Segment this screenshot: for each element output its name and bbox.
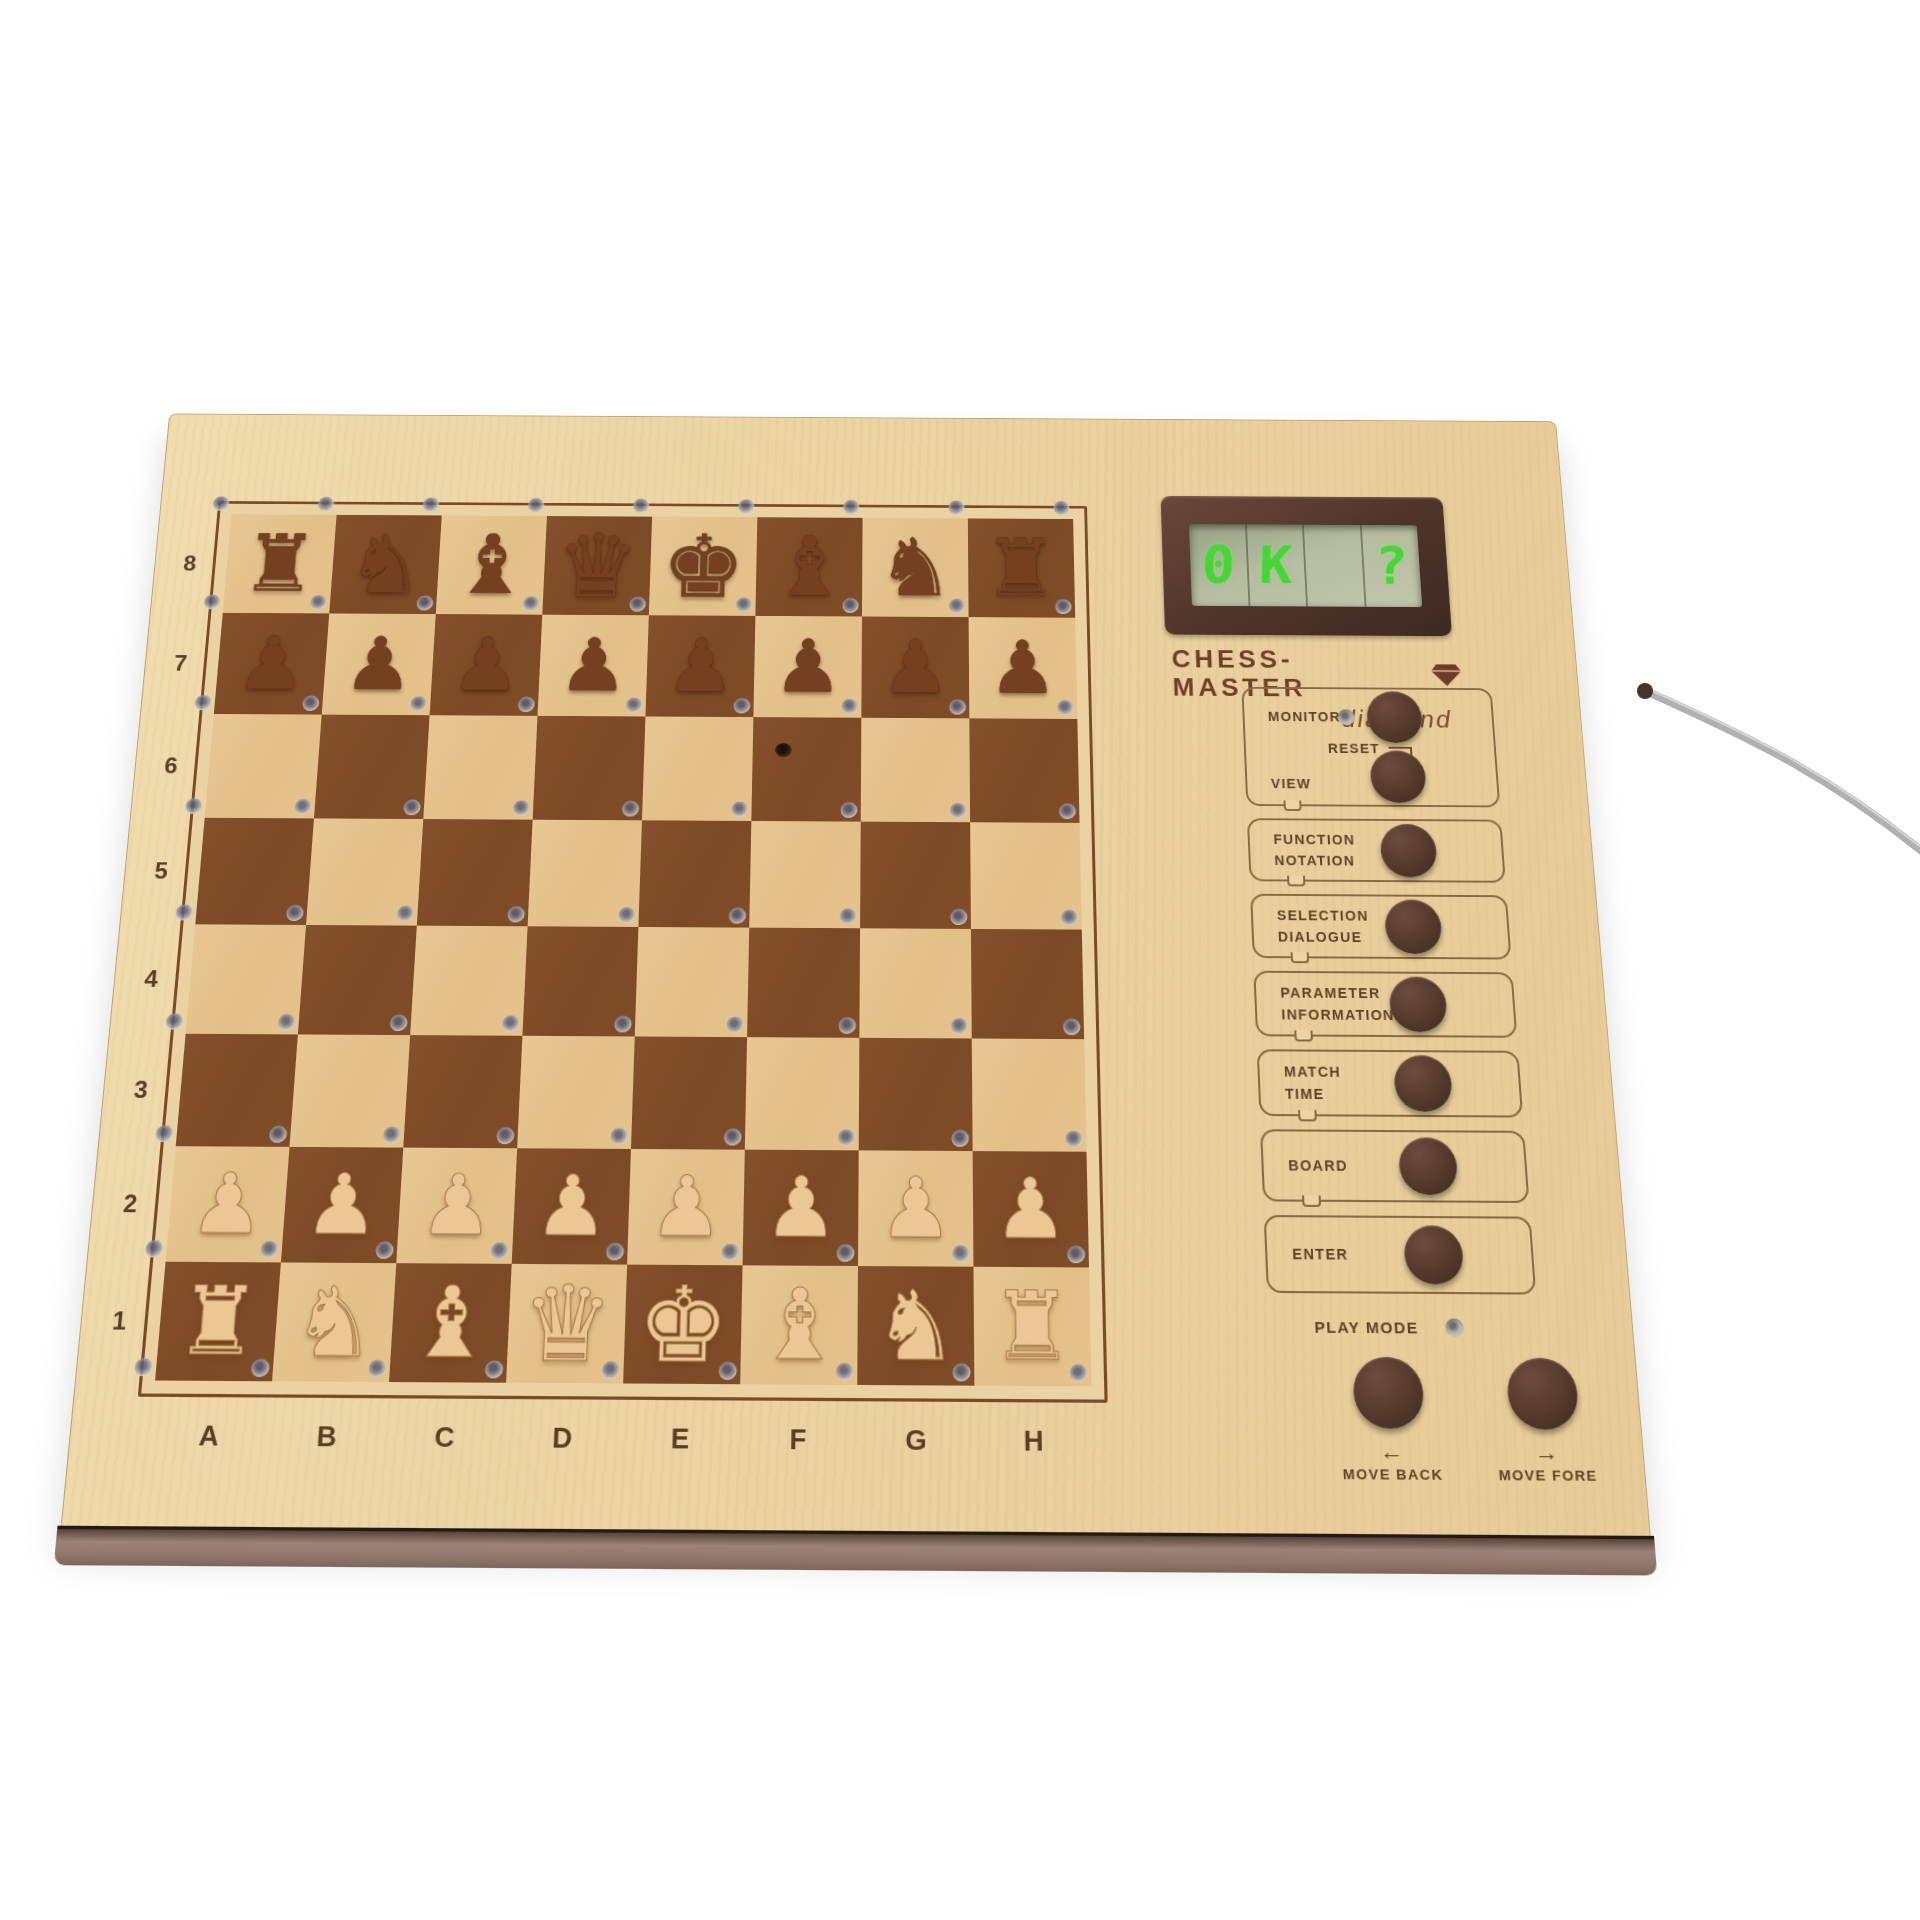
square-g6[interactable]	[861, 718, 970, 823]
black-pawn[interactable]: ♟	[342, 628, 416, 701]
file-label-h: H	[975, 1424, 1093, 1459]
black-pawn[interactable]: ♟	[234, 627, 309, 700]
white-pawn[interactable]: ♟	[763, 1166, 838, 1250]
square-a4[interactable]	[186, 924, 306, 1034]
square-e1[interactable]: ♚	[623, 1265, 742, 1385]
sensor-dot	[212, 496, 229, 511]
file-label-g: G	[857, 1423, 975, 1458]
enter-group: ENTER	[1264, 1215, 1537, 1295]
sensor-dot	[155, 1125, 174, 1143]
file-label-c: C	[385, 1420, 505, 1455]
square-c7[interactable]: ♟	[430, 614, 543, 716]
box-notch	[1298, 1110, 1317, 1121]
move-back-button[interactable]	[1352, 1357, 1426, 1429]
rank-label-4: 4	[128, 924, 174, 1034]
parameter-information-group: PARAMETER INFORMATION	[1253, 971, 1517, 1038]
square-d8[interactable]: ♛	[542, 516, 652, 615]
file-label-b: B	[267, 1419, 387, 1454]
board-group: BOARD	[1260, 1129, 1530, 1203]
square-h4[interactable]	[971, 929, 1084, 1039]
square-d5[interactable]	[528, 820, 642, 927]
square-b1[interactable]: ♞	[272, 1262, 396, 1382]
white-knight[interactable]: ♞	[873, 1277, 958, 1374]
function-notation-group: FUNCTION NOTATION	[1247, 818, 1506, 883]
square-f5[interactable]	[749, 821, 860, 928]
file-label-a: A	[149, 1419, 270, 1454]
sensor-dot	[1053, 501, 1069, 516]
square-a8[interactable]: ♜	[223, 514, 337, 613]
square-f7[interactable]: ♟	[753, 616, 862, 718]
black-knight[interactable]: ♞	[877, 527, 954, 607]
white-pawn[interactable]: ♟	[648, 1165, 724, 1249]
rank-label-1: 1	[95, 1261, 144, 1380]
rank-label-2: 2	[106, 1146, 154, 1262]
square-c5[interactable]	[417, 819, 533, 926]
white-pawn[interactable]: ♟	[878, 1166, 952, 1250]
square-g5[interactable]	[860, 822, 971, 929]
sensor-dot	[738, 499, 754, 514]
control-panel: MONITOR RESET VIEW FUNCTION NOTATION	[1241, 687, 1550, 1484]
square-e2[interactable]: ♟	[627, 1149, 745, 1265]
black-pawn[interactable]: ♟	[557, 629, 629, 702]
box-notch	[1291, 952, 1310, 963]
square-b3[interactable]	[290, 1034, 411, 1147]
monitor-reset-view-group: MONITOR RESET VIEW	[1241, 687, 1500, 808]
monitor-led	[1338, 709, 1355, 725]
square-f1[interactable]: ♝	[740, 1265, 858, 1385]
reset-label: RESET	[1328, 741, 1381, 756]
rank-label-3: 3	[117, 1033, 164, 1146]
move-fore-label: MOVE FORE	[1498, 1467, 1598, 1484]
arrow-left-icon: ←	[1379, 1440, 1404, 1464]
file-label-e: E	[621, 1422, 740, 1457]
black-bishop[interactable]: ♝	[450, 524, 533, 606]
play-mode-label: PLAY MODE	[1314, 1318, 1419, 1337]
board-frame: ♜♞♝♛♚♝♞♜♟♟♟♟♟♟♟♟♟♟♟♟♟♟♟♟♜♞♝♛♚♝♞♜	[138, 501, 1108, 1403]
white-bishop[interactable]: ♝	[405, 1273, 497, 1372]
white-king[interactable]: ♚	[636, 1272, 731, 1378]
white-pawn[interactable]: ♟	[533, 1164, 610, 1248]
square-h7[interactable]: ♟	[969, 617, 1078, 719]
box-notch	[1294, 1030, 1313, 1041]
square-c3[interactable]	[403, 1035, 522, 1148]
lcd-cell	[1304, 525, 1366, 607]
lcd-screen: 0 K ?	[1189, 524, 1422, 607]
sensor-dot	[145, 1240, 164, 1258]
square-g1[interactable]: ♞	[857, 1266, 974, 1386]
square-e8[interactable]: ♚	[649, 517, 758, 616]
square-a1[interactable]: ♜	[155, 1262, 281, 1382]
lcd-char: ?	[1374, 536, 1408, 597]
lcd-char: K	[1259, 535, 1294, 596]
black-rook[interactable]: ♜	[983, 529, 1059, 608]
white-pawn[interactable]: ♟	[993, 1167, 1068, 1251]
square-b8[interactable]: ♞	[329, 515, 442, 614]
rank-label-5: 5	[138, 817, 184, 924]
sensor-dot	[843, 500, 859, 515]
square-h5[interactable]	[970, 822, 1082, 929]
file-labels: ABCDEFGH	[149, 1419, 1093, 1459]
square-c8[interactable]: ♝	[436, 515, 547, 614]
black-pawn[interactable]: ♟	[665, 629, 736, 702]
white-pawn[interactable]: ♟	[187, 1162, 268, 1246]
rank-label-7: 7	[158, 613, 202, 714]
speaker-hole	[775, 743, 792, 757]
square-b5[interactable]	[306, 818, 423, 925]
sensor-dot	[175, 904, 193, 921]
square-h8[interactable]: ♜	[968, 518, 1075, 617]
square-e7[interactable]: ♟	[645, 615, 755, 717]
white-knight[interactable]: ♞	[289, 1274, 380, 1371]
lcd-cell: ?	[1361, 525, 1422, 607]
square-f3[interactable]	[745, 1037, 860, 1150]
square-h3[interactable]	[972, 1039, 1087, 1152]
diamond-gem-icon	[1430, 662, 1464, 688]
square-b4[interactable]	[298, 925, 417, 1035]
square-g4[interactable]	[859, 928, 971, 1038]
square-a6[interactable]	[205, 714, 322, 818]
lcd-cell: 0	[1189, 524, 1250, 606]
play-mode-led	[1445, 1319, 1464, 1337]
square-b6[interactable]	[314, 715, 430, 819]
file-label-d: D	[503, 1421, 622, 1456]
sensor-dot	[528, 498, 545, 513]
black-pawn[interactable]: ♟	[881, 631, 951, 704]
sensor-dot	[185, 798, 203, 814]
white-rook[interactable]: ♜	[173, 1274, 263, 1369]
rank-label-8: 8	[168, 514, 211, 613]
selection-dialogue-group: SELECTION DIALOGUE	[1250, 894, 1511, 960]
square-b7[interactable]: ♟	[322, 613, 436, 715]
square-f6[interactable]	[751, 717, 861, 822]
arrow-right-icon: →	[1534, 1441, 1559, 1465]
black-pawn[interactable]: ♟	[988, 631, 1058, 704]
square-c1[interactable]: ♝	[389, 1263, 512, 1383]
move-back-label: MOVE BACK	[1342, 1466, 1443, 1483]
match-time-group: MATCH TIME	[1257, 1049, 1524, 1117]
sensor-dot	[165, 1013, 184, 1030]
square-c4[interactable]	[410, 926, 527, 1036]
square-h2[interactable]: ♟	[973, 1151, 1089, 1267]
monitor-reset-button[interactable]	[1366, 691, 1424, 743]
square-g2[interactable]: ♟	[858, 1150, 973, 1266]
sensor-dot	[194, 695, 212, 711]
lcd-display: 0 K ?	[1161, 496, 1452, 636]
white-queen[interactable]: ♛	[519, 1271, 615, 1377]
square-h6[interactable]	[969, 718, 1079, 823]
black-king[interactable]: ♚	[660, 522, 746, 610]
white-bishop[interactable]: ♝	[755, 1275, 843, 1374]
square-a3[interactable]	[176, 1034, 298, 1147]
black-rook[interactable]: ♜	[239, 524, 321, 603]
white-pawn[interactable]: ♟	[302, 1163, 382, 1247]
square-a2[interactable]: ♟	[166, 1146, 290, 1262]
sensor-dot	[633, 499, 650, 514]
square-c6[interactable]	[423, 715, 537, 819]
square-d6[interactable]	[533, 716, 646, 820]
lcd-char: 0	[1201, 535, 1236, 596]
black-queen[interactable]: ♛	[554, 522, 641, 610]
sensor-dot	[423, 497, 440, 512]
photo-scene: { "game": "chess", "device": { "name": "…	[0, 0, 1920, 1920]
sensor-dot	[134, 1358, 154, 1377]
square-d2[interactable]: ♟	[512, 1148, 631, 1264]
box-notch	[1302, 1195, 1321, 1207]
square-e4[interactable]	[635, 927, 749, 1037]
square-b2[interactable]: ♟	[281, 1147, 403, 1263]
lcd-cell: K	[1246, 524, 1308, 606]
square-a5[interactable]	[195, 818, 314, 925]
device-side-edge	[54, 1526, 1658, 1576]
square-g7[interactable]: ♟	[861, 617, 969, 719]
square-c2[interactable]: ♟	[396, 1148, 517, 1264]
square-e5[interactable]	[638, 820, 751, 927]
white-pawn[interactable]: ♟	[418, 1164, 497, 1248]
black-pawn[interactable]: ♟	[773, 630, 843, 703]
view-label: VIEW	[1271, 776, 1312, 791]
square-f4[interactable]	[747, 928, 860, 1038]
square-g8[interactable]: ♞	[862, 518, 969, 617]
square-a7[interactable]: ♟	[214, 613, 329, 715]
black-pawn[interactable]: ♟	[450, 628, 523, 701]
square-e6[interactable]	[642, 716, 753, 820]
move-fore-button[interactable]	[1505, 1358, 1580, 1430]
sensor-dot	[317, 497, 334, 512]
square-h1[interactable]: ♜	[973, 1267, 1091, 1387]
play-mode-row: PLAY MODE	[1268, 1317, 1540, 1337]
move-buttons-row: ← MOVE BACK → MOVE FORE	[1337, 1357, 1550, 1484]
rank-label-6: 6	[149, 714, 194, 818]
square-d1[interactable]: ♛	[506, 1264, 627, 1384]
square-f8[interactable]: ♝	[755, 517, 862, 616]
square-f2[interactable]: ♟	[743, 1150, 859, 1266]
sensor-dot	[948, 500, 964, 515]
square-d3[interactable]	[517, 1036, 635, 1149]
black-bishop[interactable]: ♝	[769, 526, 849, 608]
file-label-f: F	[739, 1422, 857, 1457]
chess-computer: 87654321 ♜♞♝♛♚♝♞♜♟♟♟♟♟♟♟♟♟♟♟♟♟♟♟♟♜♞♝♛♚♝♞…	[60, 413, 1651, 1542]
box-notch	[1284, 800, 1302, 810]
black-knight[interactable]: ♞	[344, 524, 426, 604]
box-notch	[1287, 876, 1305, 887]
square-d7[interactable]: ♟	[538, 615, 649, 717]
white-rook[interactable]: ♜	[990, 1279, 1074, 1374]
sensor-dot	[203, 594, 221, 609]
board-squares: ♜♞♝♛♚♝♞♜♟♟♟♟♟♟♟♟♟♟♟♟♟♟♟♟♜♞♝♛♚♝♞♜	[155, 514, 1091, 1386]
view-button[interactable]	[1369, 750, 1427, 803]
monitor-label: MONITOR	[1268, 709, 1342, 724]
square-g3[interactable]	[859, 1038, 973, 1151]
square-e3[interactable]	[631, 1036, 747, 1149]
square-d4[interactable]	[522, 926, 638, 1036]
